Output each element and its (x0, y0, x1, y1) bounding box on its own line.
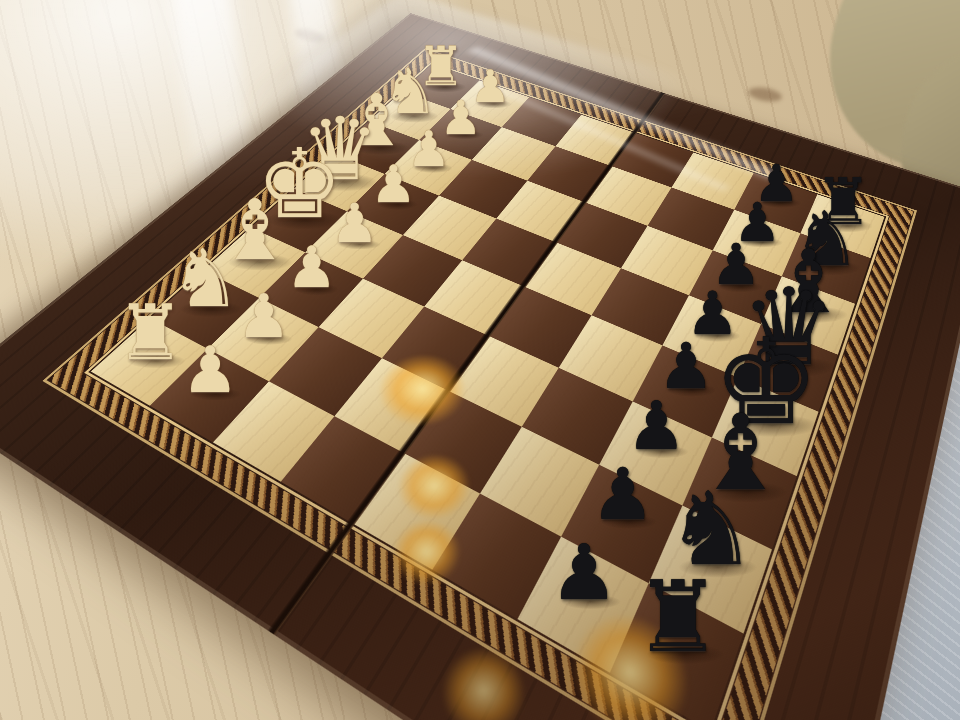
piece-black-rook-h8: ♜ (634, 568, 722, 666)
pieces-layer: ♜♞♝♛♚♝♞♜♟♟♟♟♟♟♟♟♟♟♟♟♟♟♟♟♜♞♝♛♚♝♞♜ (0, 0, 960, 720)
photo-canvas: ♜♞♝♛♚♝♞♜♟♟♟♟♟♟♟♟♟♟♟♟♟♟♟♟♜♞♝♛♚♝♞♜ (0, 0, 960, 720)
piece-white-pawn-e2: ♟ (330, 197, 379, 251)
piece-black-pawn-h7: ♟ (550, 535, 619, 612)
piece-white-pawn-h2: ♟ (181, 338, 238, 402)
piece-white-pawn-f2: ♟ (286, 239, 337, 296)
piece-black-pawn-f7: ♟ (626, 393, 686, 460)
piece-white-rook-h1: ♜ (116, 295, 184, 371)
piece-black-pawn-g7: ♟ (591, 459, 655, 531)
piece-white-pawn-g2: ♟ (237, 286, 291, 346)
